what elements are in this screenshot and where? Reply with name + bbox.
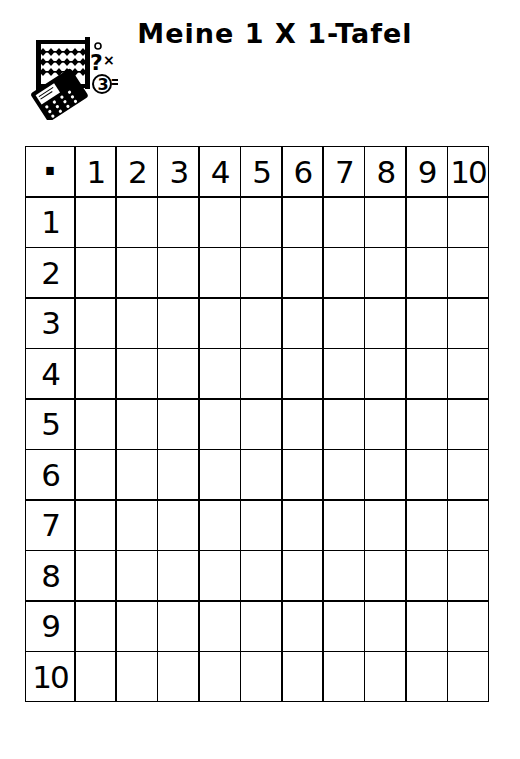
answer-cell xyxy=(365,248,405,297)
answer-cell xyxy=(365,551,405,600)
answer-cell xyxy=(117,551,157,600)
answer-cell xyxy=(324,501,364,550)
answer-cell xyxy=(76,299,116,348)
answer-cell xyxy=(407,349,447,398)
answer-cell xyxy=(158,652,198,701)
answer-cell xyxy=(158,501,198,550)
answer-cell xyxy=(241,551,281,600)
col-header-cell: 1 xyxy=(76,147,116,196)
answer-cell xyxy=(365,450,405,499)
answer-cell xyxy=(200,450,240,499)
answer-cell xyxy=(117,198,157,247)
col-header-cell: 6 xyxy=(283,147,323,196)
answer-cell xyxy=(283,501,323,550)
answer-cell xyxy=(200,400,240,449)
answer-cell xyxy=(241,248,281,297)
answer-cell xyxy=(117,602,157,651)
answer-cell xyxy=(407,400,447,449)
answer-cell xyxy=(241,349,281,398)
answer-cell xyxy=(158,602,198,651)
answer-cell xyxy=(76,400,116,449)
answer-cell xyxy=(158,551,198,600)
answer-cell xyxy=(283,349,323,398)
answer-cell xyxy=(200,501,240,550)
answer-cell xyxy=(448,299,488,348)
col-header-cell: 5 xyxy=(241,147,281,196)
answer-cell xyxy=(117,349,157,398)
abacus-calculator-svg: ? × 3 = xyxy=(30,34,118,120)
row-header-cell: 2 xyxy=(26,248,74,297)
answer-cell xyxy=(365,299,405,348)
answer-cell xyxy=(200,602,240,651)
answer-cell xyxy=(407,450,447,499)
answer-cell xyxy=(241,299,281,348)
bubble-circle xyxy=(95,43,101,49)
row-header-cell: 10 xyxy=(26,652,74,701)
answer-cell xyxy=(407,652,447,701)
answer-cell xyxy=(448,551,488,600)
answer-cell xyxy=(200,652,240,701)
equals-glyph: = xyxy=(110,72,118,92)
answer-cell xyxy=(407,198,447,247)
answer-cell xyxy=(241,501,281,550)
answer-cell xyxy=(407,248,447,297)
answer-cell xyxy=(448,501,488,550)
answer-cell xyxy=(241,198,281,247)
answer-cell xyxy=(448,652,488,701)
answer-cell xyxy=(241,652,281,701)
answer-cell xyxy=(200,349,240,398)
answer-cell xyxy=(158,450,198,499)
answer-cell xyxy=(407,602,447,651)
answer-cell xyxy=(324,652,364,701)
answer-cell xyxy=(76,248,116,297)
answer-cell xyxy=(117,248,157,297)
answer-cell xyxy=(158,349,198,398)
row-header-cell: 5 xyxy=(26,400,74,449)
answer-cell xyxy=(448,349,488,398)
answer-cell xyxy=(76,450,116,499)
col-header-cell: 3 xyxy=(158,147,198,196)
answer-cell xyxy=(407,299,447,348)
answer-cell xyxy=(241,450,281,499)
answer-cell xyxy=(158,400,198,449)
answer-cell xyxy=(241,400,281,449)
answer-cell xyxy=(117,450,157,499)
question-glyph: ? xyxy=(90,50,103,75)
answer-cell xyxy=(76,198,116,247)
answer-cell xyxy=(448,400,488,449)
answer-cell xyxy=(117,299,157,348)
row-header-cell: 4 xyxy=(26,349,74,398)
row-header-cell: 8 xyxy=(26,551,74,600)
answer-cell xyxy=(407,551,447,600)
col-header-cell: 2 xyxy=(117,147,157,196)
answer-cell xyxy=(324,602,364,651)
times-glyph: × xyxy=(103,52,115,68)
answer-cell xyxy=(283,602,323,651)
col-header-cell: 8 xyxy=(365,147,405,196)
answer-cell xyxy=(158,198,198,247)
answer-cell xyxy=(365,602,405,651)
answer-cell xyxy=(283,450,323,499)
answer-cell xyxy=(283,198,323,247)
answer-cell xyxy=(200,248,240,297)
answer-cell xyxy=(241,602,281,651)
answer-cell xyxy=(324,400,364,449)
answer-cell xyxy=(365,400,405,449)
row-header-cell: 3 xyxy=(26,299,74,348)
answer-cell xyxy=(448,198,488,247)
abacus-calculator-icon: ? × 3 = xyxy=(30,34,118,120)
answer-cell xyxy=(76,551,116,600)
row-header-cell: 6 xyxy=(26,450,74,499)
answer-cell xyxy=(283,551,323,600)
answer-cell xyxy=(283,400,323,449)
answer-cell xyxy=(76,602,116,651)
answer-cell xyxy=(448,450,488,499)
answer-cell xyxy=(365,501,405,550)
answer-cell xyxy=(200,551,240,600)
col-header-cell: 4 xyxy=(200,147,240,196)
row-header-cell: 9 xyxy=(26,602,74,651)
multiplication-grid: ·1234567891012345678910 xyxy=(25,146,489,702)
answer-cell xyxy=(117,652,157,701)
answer-cell xyxy=(365,198,405,247)
answer-cell xyxy=(158,299,198,348)
row-header-cell: 1 xyxy=(26,198,74,247)
answer-cell xyxy=(407,501,447,550)
answer-cell xyxy=(365,652,405,701)
answer-cell xyxy=(448,248,488,297)
answer-cell xyxy=(117,501,157,550)
answer-cell xyxy=(117,400,157,449)
answer-cell xyxy=(324,248,364,297)
answer-cell xyxy=(324,551,364,600)
answer-cell xyxy=(158,248,198,297)
col-header-cell: 9 xyxy=(407,147,447,196)
answer-cell xyxy=(324,198,364,247)
answer-cell xyxy=(200,198,240,247)
worksheet-page: Meine 1 X 1-Tafel xyxy=(0,0,520,759)
corner-cell: · xyxy=(26,147,74,196)
answer-cell xyxy=(365,349,405,398)
col-header-cell: 7 xyxy=(324,147,364,196)
answer-cell xyxy=(283,299,323,348)
answer-cell xyxy=(76,501,116,550)
answer-cell xyxy=(324,450,364,499)
answer-cell xyxy=(324,299,364,348)
answer-cell xyxy=(76,349,116,398)
three-glyph: 3 xyxy=(98,75,109,94)
answer-cell xyxy=(200,299,240,348)
answer-cell xyxy=(283,652,323,701)
answer-cell xyxy=(283,248,323,297)
answer-cell xyxy=(324,349,364,398)
col-header-cell: 10 xyxy=(448,147,488,196)
answer-cell xyxy=(76,652,116,701)
answer-cell xyxy=(448,602,488,651)
row-header-cell: 7 xyxy=(26,501,74,550)
